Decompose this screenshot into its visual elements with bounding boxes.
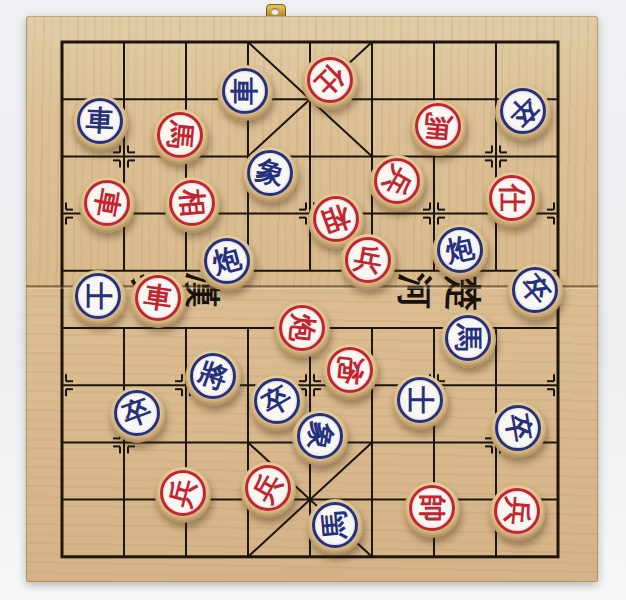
piece-red-soldier[interactable]: 兵: [155, 467, 211, 523]
piece-character: 兵: [166, 476, 200, 510]
piece-face: 卒: [254, 378, 300, 424]
piece-character: 兵: [249, 469, 287, 507]
piece-character: 士: [406, 386, 434, 414]
piece-face: 兵: [245, 465, 291, 511]
piece-face: 炮: [437, 227, 483, 273]
photo-scene: 界漢河楚 仕車卒車馬馬象兵仕車相相炮兵炮卒士車炮馬炮將士卒卒卒象兵兵帥兵馬: [0, 0, 626, 600]
piece-character: 炮: [210, 244, 244, 278]
piece-red-soldier[interactable]: 兵: [369, 155, 425, 211]
piece-face: 相: [313, 196, 359, 242]
piece-blue-soldier[interactable]: 卒: [490, 402, 546, 458]
piece-face: 卒: [512, 267, 558, 313]
piece-character: 馬: [454, 324, 482, 352]
piece-face: 仕: [489, 175, 535, 221]
piece-face: 士: [75, 273, 121, 319]
piece-blue-advisor[interactable]: 士: [70, 270, 126, 326]
piece-face: 帥: [409, 485, 455, 531]
piece-character: 仕: [310, 60, 350, 100]
piece-character: 卒: [503, 91, 543, 131]
piece-character: 馬: [320, 510, 350, 540]
piece-face: 仕: [307, 57, 353, 103]
piece-face: 象: [297, 413, 343, 459]
piece-blue-advisor[interactable]: 士: [392, 374, 448, 430]
piece-character: 卒: [119, 395, 155, 431]
piece-character: 相: [318, 201, 354, 237]
piece-character: 炮: [335, 355, 365, 385]
piece-face: 將: [190, 353, 236, 399]
piece-character: 車: [231, 77, 259, 105]
xiangqi-board: 界漢河楚 仕車卒車馬馬象兵仕車相相炮兵炮卒士車炮馬炮將士卒卒卒象兵兵帥兵馬: [26, 16, 598, 582]
piece-character: 卒: [258, 382, 296, 420]
piece-character: 帥: [418, 494, 446, 522]
piece-red-advisor[interactable]: 仕: [484, 172, 540, 228]
piece-face: 車: [77, 98, 123, 144]
piece-character: 兵: [378, 162, 416, 200]
piece-blue-cannon[interactable]: 炮: [432, 224, 488, 280]
piece-face: 炮: [327, 347, 373, 393]
piece-character: 車: [85, 106, 114, 135]
piece-character: 馬: [165, 120, 195, 150]
piece-character: 相: [177, 188, 207, 218]
piece-character: 象: [304, 420, 336, 452]
piece-face: 卒: [500, 88, 546, 134]
piece-face: 卒: [495, 405, 541, 451]
piece-red-elephant[interactable]: 相: [164, 177, 220, 233]
piece-blue-chariot[interactable]: 車: [217, 65, 273, 121]
piece-red-horse[interactable]: 馬: [152, 109, 208, 165]
piece-face: 車: [222, 68, 268, 114]
piece-blue-soldier[interactable]: 卒: [495, 85, 551, 141]
piece-face: 士: [397, 377, 443, 423]
pieces-layer: 仕車卒車馬馬象兵仕車相相炮兵炮卒士車炮馬炮將士卒卒卒象兵兵帥兵馬: [26, 16, 598, 582]
piece-character: 士: [84, 282, 112, 310]
piece-character: 兵: [352, 244, 384, 276]
piece-character: 炮: [443, 233, 476, 266]
piece-face: 兵: [345, 237, 391, 283]
piece-face: 炮: [204, 238, 250, 284]
piece-blue-chariot[interactable]: 車: [72, 95, 128, 151]
piece-character: 將: [195, 358, 231, 394]
piece-red-chariot[interactable]: 車: [79, 177, 135, 233]
piece-face: 兵: [160, 470, 206, 516]
piece-red-advisor[interactable]: 仕: [302, 54, 358, 110]
piece-red-soldier[interactable]: 兵: [340, 234, 396, 290]
piece-red-cannon[interactable]: 炮: [322, 344, 378, 400]
piece-blue-soldier[interactable]: 卒: [109, 387, 165, 443]
piece-face: 馬: [415, 103, 461, 149]
piece-blue-elephant[interactable]: 象: [242, 147, 298, 203]
piece-blue-horse[interactable]: 馬: [307, 499, 363, 555]
piece-face: 馬: [312, 502, 358, 548]
piece-character: 車: [142, 282, 174, 314]
piece-blue-cannon[interactable]: 炮: [199, 235, 255, 291]
piece-character: 卒: [515, 270, 554, 309]
piece-character: 車: [91, 187, 123, 219]
piece-character: 仕: [498, 184, 526, 212]
piece-face: 馬: [157, 112, 203, 158]
piece-red-soldier[interactable]: 兵: [489, 485, 545, 541]
piece-character: 卒: [502, 412, 534, 444]
piece-face: 馬: [445, 315, 491, 361]
piece-blue-elephant[interactable]: 象: [292, 410, 348, 466]
piece-red-chariot[interactable]: 車: [130, 272, 186, 328]
piece-face: 卒: [114, 390, 160, 436]
piece-character: 馬: [423, 111, 453, 141]
piece-face: 炮: [279, 305, 325, 351]
piece-red-general[interactable]: 帥: [404, 482, 460, 538]
piece-red-horse[interactable]: 馬: [410, 100, 466, 156]
piece-face: 兵: [374, 158, 420, 204]
piece-blue-horse[interactable]: 馬: [440, 312, 496, 368]
piece-face: 相: [169, 180, 215, 226]
piece-red-soldier[interactable]: 兵: [240, 462, 296, 518]
piece-face: 車: [84, 180, 130, 226]
piece-face: 兵: [494, 488, 540, 534]
piece-face: 象: [247, 150, 293, 196]
piece-blue-general[interactable]: 將: [185, 350, 241, 406]
piece-red-cannon[interactable]: 炮: [274, 302, 330, 358]
piece-face: 車: [135, 275, 181, 321]
piece-character: 兵: [502, 496, 532, 526]
piece-blue-soldier[interactable]: 卒: [507, 264, 563, 320]
piece-character: 炮: [287, 313, 317, 343]
piece-character: 象: [253, 156, 287, 190]
